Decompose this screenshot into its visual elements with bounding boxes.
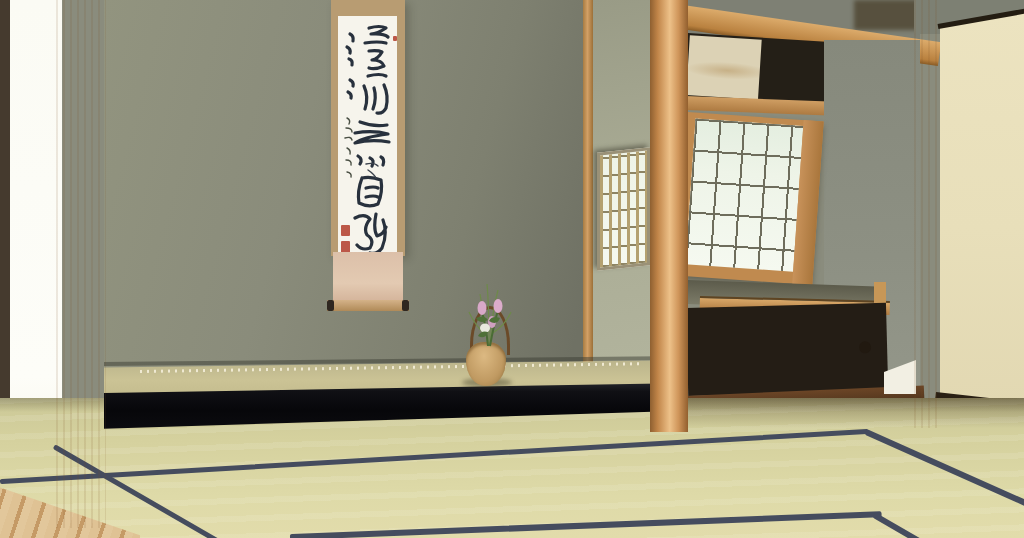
door-frame-edge <box>0 0 10 436</box>
lower-cabinet-left-door <box>689 309 771 389</box>
wall-divider-strip <box>583 0 593 394</box>
shoji-lattice-grid <box>685 119 803 272</box>
toko-bashira-post <box>650 0 688 432</box>
small-red-seal-dot <box>393 36 397 41</box>
upper-cabinet-left-door <box>686 35 762 99</box>
scroll-roller-bar <box>327 300 409 311</box>
scroll-mount-bottom <box>333 252 403 304</box>
cabinet-floor-shadow <box>660 398 1024 428</box>
signature-mark <box>362 158 380 180</box>
red-seal-stamp <box>341 225 350 236</box>
right-wood-post <box>914 0 942 428</box>
ceiling-shadow <box>854 0 918 30</box>
roller-knob-right <box>402 300 409 311</box>
shoji-window <box>677 112 824 285</box>
left-wood-post <box>56 0 106 528</box>
tea-room-photo: Japanese washitsu tea room with tokonoma… <box>0 0 1024 538</box>
shoji-paper-panes <box>685 119 803 272</box>
roller-knob-left <box>327 300 334 311</box>
window-slats <box>600 151 647 268</box>
ikebana-flowers <box>458 266 518 352</box>
fusuma-panel <box>940 10 1024 406</box>
slatted-window <box>597 147 650 271</box>
lower-cabinet <box>686 303 888 396</box>
artist-signature <box>341 114 357 182</box>
